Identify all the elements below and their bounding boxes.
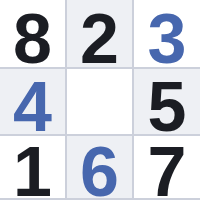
- cell-r3c1[interactable]: 1: [0, 134, 67, 200]
- cell-r1c2[interactable]: 2: [67, 0, 134, 67]
- digit-player: 3: [148, 4, 187, 74]
- digit-given: 5: [148, 72, 187, 142]
- digit-given: 7: [148, 137, 187, 200]
- cell-r1c1[interactable]: 8: [0, 0, 67, 67]
- digit-player: 6: [80, 137, 119, 200]
- cell-r2c3[interactable]: 5: [134, 67, 200, 134]
- sudoku-board: 8 2 3 4 5 1 6 7: [0, 0, 200, 200]
- digit-given: 2: [80, 4, 119, 74]
- digit-given: 8: [13, 4, 52, 74]
- cell-r3c3[interactable]: 7: [134, 134, 200, 200]
- cell-r1c3[interactable]: 3: [134, 0, 200, 67]
- cell-r2c1[interactable]: 4: [0, 67, 67, 134]
- digit-given: 1: [13, 137, 52, 200]
- cell-r3c2[interactable]: 6: [67, 134, 134, 200]
- digit-player: 4: [13, 72, 52, 142]
